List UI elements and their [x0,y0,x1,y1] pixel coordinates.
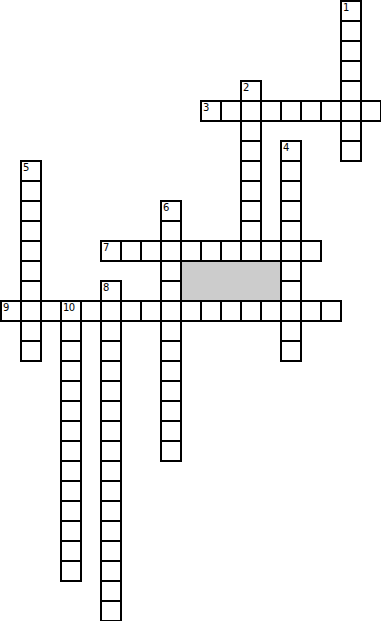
grid-cell[interactable] [20,220,42,242]
grid-cell[interactable] [120,240,142,262]
grid-cell[interactable] [200,100,222,122]
crossword-grid: 12345678910 [0,0,381,621]
grid-cell[interactable] [20,240,42,262]
grid-cell[interactable] [20,160,42,182]
grid-cell[interactable] [160,220,182,242]
grid-cell[interactable] [100,500,122,522]
grid-cell[interactable] [240,160,262,182]
grid-cell[interactable] [320,100,342,122]
grid-cell[interactable] [280,320,302,342]
grid-cell[interactable] [20,260,42,282]
grid-cell[interactable] [340,100,362,122]
grid-cell[interactable] [160,360,182,382]
grid-cell[interactable] [100,480,122,502]
grid-cell[interactable] [280,260,302,282]
grid-cell[interactable] [40,300,62,322]
grid-cell[interactable] [280,140,302,162]
grid-cell[interactable] [100,420,122,442]
grid-cell[interactable] [20,340,42,362]
grid-cell[interactable] [280,340,302,362]
grid-cell[interactable] [300,240,322,262]
grid-cell[interactable] [240,240,262,262]
grid-cell[interactable] [20,180,42,202]
grid-cell[interactable] [100,400,122,422]
grid-cell[interactable] [260,100,282,122]
grid-cell[interactable] [60,480,82,502]
grid-cell[interactable] [60,420,82,442]
grid-cell[interactable] [60,360,82,382]
grid-cell[interactable] [60,520,82,542]
grid-cell[interactable] [160,280,182,302]
grid-cell[interactable] [160,420,182,442]
grid-cell[interactable] [160,440,182,462]
grid-cell[interactable] [160,200,182,222]
grid-cell[interactable] [160,320,182,342]
grid-cell[interactable] [100,520,122,542]
grid-cell[interactable] [300,300,322,322]
grid-cell[interactable] [340,140,362,162]
grid-cell[interactable] [140,300,162,322]
grid-cell[interactable] [100,300,122,322]
grid-cell[interactable] [100,540,122,562]
grid-cell[interactable] [340,20,362,42]
grid-cell[interactable] [100,600,122,621]
grid-cell[interactable] [160,400,182,422]
grid-cell[interactable] [240,300,262,322]
grid-cell[interactable] [280,300,302,322]
grid-cell[interactable] [60,460,82,482]
grid-cell[interactable] [100,560,122,582]
grid-cell[interactable] [60,440,82,462]
grid-cell[interactable] [280,200,302,222]
grid-cell[interactable] [200,240,222,262]
grid-cell[interactable] [60,320,82,342]
grid-cell[interactable] [120,300,142,322]
grid-cell[interactable] [220,240,242,262]
grid-cell[interactable] [20,200,42,222]
grid-cell[interactable] [280,220,302,242]
grid-cell[interactable] [340,80,362,102]
grid-cell[interactable] [180,300,202,322]
grid-cell[interactable] [100,320,122,342]
grid-cell[interactable] [360,100,381,122]
grid-cell[interactable] [160,340,182,362]
grid-cell[interactable] [280,180,302,202]
grid-cell[interactable] [280,100,302,122]
grid-cell[interactable] [280,240,302,262]
grid-cell[interactable] [20,300,42,322]
grid-cell[interactable] [100,580,122,602]
grid-cell[interactable] [100,340,122,362]
grid-cell[interactable] [100,240,122,262]
grid-cell[interactable] [100,380,122,402]
grid-cell[interactable] [240,220,262,242]
grid-cell[interactable] [180,240,202,262]
grid-cell[interactable] [240,100,262,122]
grid-cell[interactable] [200,300,222,322]
grid-cell[interactable] [100,360,122,382]
grid-cell[interactable] [100,440,122,462]
grid-cell[interactable] [60,340,82,362]
grid-cell[interactable] [160,260,182,282]
grid-cell[interactable] [60,540,82,562]
grid-cell[interactable] [260,240,282,262]
grid-cell[interactable] [20,320,42,342]
grid-cell[interactable] [20,280,42,302]
grid-cell[interactable] [60,560,82,582]
grid-cell[interactable] [0,300,22,322]
grid-cell[interactable] [280,280,302,302]
grid-cell[interactable] [340,120,362,142]
grid-cell[interactable] [240,140,262,162]
grid-cell[interactable] [240,200,262,222]
grid-cell[interactable] [140,240,162,262]
grid-cell[interactable] [300,100,322,122]
grid-cell[interactable] [260,300,282,322]
grid-cell[interactable] [340,0,362,22]
grid-cell[interactable] [160,300,182,322]
grid-cell[interactable] [240,120,262,142]
grid-cell[interactable] [60,500,82,522]
grid-cell[interactable] [160,240,182,262]
grid-cell[interactable] [240,180,262,202]
grid-cell[interactable] [220,300,242,322]
grid-cell[interactable] [220,100,242,122]
grid-cell[interactable] [340,60,362,82]
grid-cell[interactable] [340,40,362,62]
grid-cell[interactable] [280,160,302,182]
grid-cell[interactable] [60,400,82,422]
grid-cell[interactable] [60,380,82,402]
grid-cell[interactable] [240,80,262,102]
shaded-block [180,260,282,302]
grid-cell[interactable] [100,280,122,302]
grid-cell[interactable] [160,380,182,402]
grid-cell[interactable] [80,300,102,322]
grid-cell[interactable] [60,300,82,322]
grid-cell[interactable] [320,300,342,322]
grid-cell[interactable] [100,460,122,482]
